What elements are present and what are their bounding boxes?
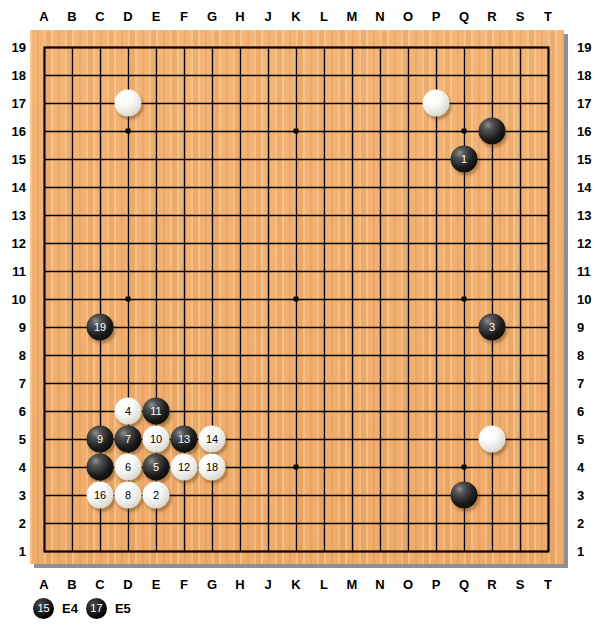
caption-point-move-17: E5 (115, 601, 131, 616)
move-number: 18 (206, 462, 218, 473)
star-point-Q10 (462, 297, 467, 302)
col-label-top-E: E (152, 9, 161, 24)
col-label-top-T: T (544, 9, 552, 24)
row-label-left-10: 10 (12, 292, 26, 307)
row-label-right-18: 18 (577, 68, 591, 83)
white-stone-P17 (423, 90, 450, 117)
white-stone-G5-move-14: 14 (199, 426, 226, 453)
move-number: 12 (178, 462, 190, 473)
move-number: 9 (97, 434, 103, 445)
move-number: 2 (153, 490, 159, 501)
row-label-left-19: 19 (12, 40, 26, 55)
col-label-top-C: C (95, 9, 104, 24)
col-label-top-K: K (291, 9, 300, 24)
col-label-bottom-A: A (39, 577, 48, 592)
move-number: 8 (125, 490, 131, 501)
white-stone-E3-move-2: 2 (143, 482, 170, 509)
row-label-right-17: 17 (577, 96, 591, 111)
col-label-bottom-G: G (207, 577, 217, 592)
col-label-top-G: G (207, 9, 217, 24)
row-label-left-11: 11 (12, 264, 26, 279)
star-point-Q16 (462, 129, 467, 134)
black-stone-C9-move-19: 19 (87, 314, 114, 341)
row-label-right-19: 19 (577, 40, 591, 55)
black-stone-R9-move-3: 3 (479, 314, 506, 341)
black-stone-Q15-move-1: 1 (451, 146, 478, 173)
col-label-bottom-N: N (375, 577, 384, 592)
star-point-D16 (126, 129, 131, 134)
col-label-top-O: O (403, 9, 413, 24)
row-label-right-15: 15 (577, 152, 591, 167)
goban[interactable]: 1193411971013146512181682 (30, 30, 564, 564)
move-number: 6 (125, 462, 131, 473)
col-label-bottom-B: B (67, 577, 76, 592)
row-label-right-7: 7 (577, 376, 584, 391)
col-label-top-S: S (516, 9, 525, 24)
col-label-bottom-D: D (123, 577, 132, 592)
move-number: 16 (94, 490, 106, 501)
col-label-bottom-M: M (347, 577, 358, 592)
col-label-top-D: D (123, 9, 132, 24)
col-label-top-P: P (432, 9, 441, 24)
col-label-top-R: R (487, 9, 496, 24)
white-stone-D3-move-8: 8 (115, 482, 142, 509)
row-label-left-2: 2 (19, 516, 26, 531)
col-label-top-L: L (320, 9, 328, 24)
col-label-bottom-C: C (95, 577, 104, 592)
col-label-bottom-H: H (235, 577, 244, 592)
black-stone-F5-move-13: 13 (171, 426, 198, 453)
row-label-right-16: 16 (577, 124, 591, 139)
caption: 15 E4 17 E5 (33, 597, 131, 619)
move-number: 19 (94, 322, 106, 333)
row-label-left-18: 18 (12, 68, 26, 83)
row-label-left-14: 14 (12, 180, 26, 195)
white-stone-R5 (479, 426, 506, 453)
row-label-right-2: 2 (577, 516, 584, 531)
col-label-top-M: M (347, 9, 358, 24)
row-label-right-13: 13 (577, 208, 591, 223)
row-label-right-9: 9 (577, 320, 584, 335)
move-number: 5 (153, 462, 159, 473)
star-point-K4 (294, 465, 299, 470)
move-number: 10 (150, 434, 162, 445)
caption-stone-move-17: 17 (86, 598, 107, 619)
move-number: 3 (489, 322, 495, 333)
col-label-bottom-S: S (516, 577, 525, 592)
col-label-top-H: H (235, 9, 244, 24)
star-point-D10 (126, 297, 131, 302)
col-label-top-F: F (180, 9, 188, 24)
move-number: 7 (125, 434, 131, 445)
col-label-bottom-L: L (320, 577, 328, 592)
move-number: 11 (150, 406, 161, 417)
row-label-right-3: 3 (577, 488, 584, 503)
star-point-K16 (294, 129, 299, 134)
white-stone-D6-move-4: 4 (115, 398, 142, 425)
caption-point-move-15: E4 (62, 601, 78, 616)
col-label-bottom-O: O (403, 577, 413, 592)
col-label-top-A: A (39, 9, 48, 24)
white-stone-D17 (115, 90, 142, 117)
row-label-right-11: 11 (577, 264, 591, 279)
row-label-left-1: 1 (19, 544, 26, 559)
white-stone-C3-move-16: 16 (87, 482, 114, 509)
row-label-right-6: 6 (577, 404, 584, 419)
row-label-left-7: 7 (19, 376, 26, 391)
black-stone-E4-move-5: 5 (143, 454, 170, 481)
row-label-left-12: 12 (12, 236, 26, 251)
col-label-bottom-E: E (152, 577, 161, 592)
move-number: 13 (178, 434, 190, 445)
row-label-left-17: 17 (12, 96, 26, 111)
white-stone-F4-move-12: 12 (171, 454, 198, 481)
row-label-right-4: 4 (577, 460, 584, 475)
col-label-bottom-F: F (180, 577, 188, 592)
row-label-left-15: 15 (12, 152, 26, 167)
row-label-right-10: 10 (577, 292, 591, 307)
row-label-right-8: 8 (577, 348, 584, 363)
star-point-K10 (294, 297, 299, 302)
white-stone-E5-move-10: 10 (143, 426, 170, 453)
row-label-left-3: 3 (19, 488, 26, 503)
row-label-left-8: 8 (19, 348, 26, 363)
black-stone-C4 (87, 454, 114, 481)
move-number: 1 (461, 154, 467, 165)
row-label-left-16: 16 (12, 124, 26, 139)
col-label-bottom-P: P (432, 577, 441, 592)
move-number: 4 (125, 406, 131, 417)
white-stone-G4-move-18: 18 (199, 454, 226, 481)
white-stone-D4-move-6: 6 (115, 454, 142, 481)
col-label-top-B: B (67, 9, 76, 24)
row-label-right-5: 5 (577, 432, 584, 447)
row-label-right-1: 1 (577, 544, 584, 559)
row-label-left-4: 4 (19, 460, 26, 475)
row-label-right-12: 12 (577, 236, 591, 251)
col-label-bottom-J: J (264, 577, 271, 592)
col-label-top-N: N (375, 9, 384, 24)
row-label-left-9: 9 (19, 320, 26, 335)
move-number: 14 (206, 434, 218, 445)
black-stone-R16 (479, 118, 506, 145)
row-label-left-13: 13 (12, 208, 26, 223)
black-stone-E6-move-11: 11 (143, 398, 170, 425)
star-point-Q4 (462, 465, 467, 470)
col-label-bottom-K: K (291, 577, 300, 592)
caption-stone-move-15: 15 (33, 598, 54, 619)
black-stone-C5-move-9: 9 (87, 426, 114, 453)
col-label-top-J: J (264, 9, 271, 24)
black-stone-Q3 (451, 482, 478, 509)
row-label-left-6: 6 (19, 404, 26, 419)
row-label-right-14: 14 (577, 180, 591, 195)
col-label-top-Q: Q (459, 9, 469, 24)
col-label-bottom-R: R (487, 577, 496, 592)
black-stone-D5-move-7: 7 (115, 426, 142, 453)
go-diagram: 1193411971013146512181682 15 E4 17 E5 AA… (0, 0, 600, 635)
col-label-bottom-Q: Q (459, 577, 469, 592)
row-label-left-5: 5 (19, 432, 26, 447)
col-label-bottom-T: T (544, 577, 552, 592)
